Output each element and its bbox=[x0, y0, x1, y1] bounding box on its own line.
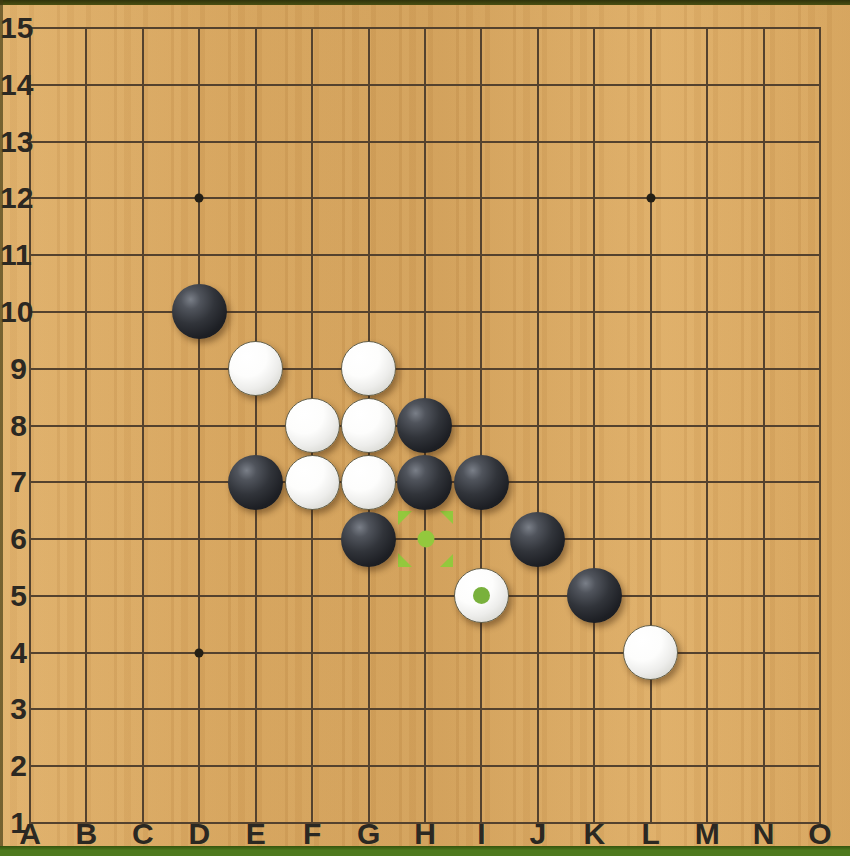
board-bottom-edge bbox=[0, 846, 850, 856]
point-D4[interactable] bbox=[171, 624, 227, 681]
point-D3[interactable] bbox=[171, 681, 227, 738]
point-B12[interactable] bbox=[58, 170, 114, 227]
point-B14[interactable] bbox=[58, 56, 114, 113]
point-C10[interactable] bbox=[115, 284, 171, 341]
point-J2[interactable] bbox=[510, 738, 566, 795]
point-K12[interactable] bbox=[566, 170, 622, 227]
point-J11[interactable] bbox=[510, 227, 566, 284]
point-J8[interactable] bbox=[510, 397, 566, 454]
point-F11[interactable] bbox=[284, 227, 340, 284]
point-I4[interactable] bbox=[453, 624, 509, 681]
point-B8[interactable] bbox=[58, 397, 114, 454]
point-M15[interactable] bbox=[679, 0, 735, 56]
point-E6[interactable] bbox=[227, 511, 283, 568]
point-O13[interactable] bbox=[792, 113, 848, 170]
point-K5[interactable] bbox=[566, 567, 622, 624]
point-O10[interactable] bbox=[792, 284, 848, 341]
point-D12[interactable] bbox=[171, 170, 227, 227]
point-L11[interactable] bbox=[622, 227, 678, 284]
point-K6[interactable] bbox=[566, 511, 622, 568]
black-stone-I7 bbox=[454, 455, 509, 510]
point-C11[interactable] bbox=[115, 227, 171, 284]
point-H12[interactable] bbox=[397, 170, 453, 227]
highlight-marker-icon bbox=[397, 510, 453, 568]
point-B10[interactable] bbox=[58, 284, 114, 341]
point-B11[interactable] bbox=[58, 227, 114, 284]
point-L8[interactable] bbox=[622, 397, 678, 454]
point-E10[interactable] bbox=[227, 284, 283, 341]
point-I9[interactable] bbox=[453, 340, 509, 397]
board-left-edge bbox=[0, 0, 3, 856]
point-B5[interactable] bbox=[58, 567, 114, 624]
point-J4[interactable] bbox=[510, 624, 566, 681]
point-L6[interactable] bbox=[622, 511, 678, 568]
point-G7[interactable] bbox=[340, 454, 396, 511]
point-E13[interactable] bbox=[227, 113, 283, 170]
point-G13[interactable] bbox=[340, 113, 396, 170]
point-E11[interactable] bbox=[227, 227, 283, 284]
point-C4[interactable] bbox=[115, 624, 171, 681]
point-G9[interactable] bbox=[340, 340, 396, 397]
point-C8[interactable] bbox=[115, 397, 171, 454]
white-stone-L4 bbox=[623, 625, 678, 680]
point-A9[interactable] bbox=[2, 340, 58, 397]
point-E15[interactable] bbox=[227, 0, 283, 56]
point-H7[interactable] bbox=[397, 454, 453, 511]
point-B15[interactable] bbox=[58, 0, 114, 56]
point-G4[interactable] bbox=[340, 624, 396, 681]
point-M10[interactable] bbox=[679, 284, 735, 341]
point-A12[interactable] bbox=[2, 170, 58, 227]
point-O12[interactable] bbox=[792, 170, 848, 227]
point-K1[interactable] bbox=[566, 795, 622, 852]
point-N11[interactable] bbox=[735, 227, 791, 284]
point-I3[interactable] bbox=[453, 681, 509, 738]
point-H6[interactable] bbox=[397, 511, 453, 568]
point-D2[interactable] bbox=[171, 738, 227, 795]
point-D8[interactable] bbox=[171, 397, 227, 454]
point-N3[interactable] bbox=[735, 681, 791, 738]
point-K7[interactable] bbox=[566, 454, 622, 511]
point-O2[interactable] bbox=[792, 738, 848, 795]
point-B3[interactable] bbox=[58, 681, 114, 738]
point-O15[interactable] bbox=[792, 0, 848, 56]
point-N14[interactable] bbox=[735, 56, 791, 113]
point-K14[interactable] bbox=[566, 56, 622, 113]
point-O9[interactable] bbox=[792, 340, 848, 397]
point-A5[interactable] bbox=[2, 567, 58, 624]
point-A15[interactable] bbox=[2, 0, 58, 56]
point-I5[interactable] bbox=[453, 567, 509, 624]
point-E3[interactable] bbox=[227, 681, 283, 738]
point-C3[interactable] bbox=[115, 681, 171, 738]
point-H4[interactable] bbox=[397, 624, 453, 681]
point-F8[interactable] bbox=[284, 397, 340, 454]
point-A1[interactable] bbox=[2, 795, 58, 852]
point-O14[interactable] bbox=[792, 56, 848, 113]
point-B4[interactable] bbox=[58, 624, 114, 681]
board-top-edge bbox=[0, 0, 850, 5]
point-H5[interactable] bbox=[397, 567, 453, 624]
point-M4[interactable] bbox=[679, 624, 735, 681]
point-J7[interactable] bbox=[510, 454, 566, 511]
point-A4[interactable] bbox=[2, 624, 58, 681]
point-G2[interactable] bbox=[340, 738, 396, 795]
black-stone-H7 bbox=[397, 455, 452, 510]
point-N2[interactable] bbox=[735, 738, 791, 795]
point-K13[interactable] bbox=[566, 113, 622, 170]
point-D13[interactable] bbox=[171, 113, 227, 170]
point-J15[interactable] bbox=[510, 0, 566, 56]
point-O1[interactable] bbox=[792, 795, 848, 852]
point-G8[interactable] bbox=[340, 397, 396, 454]
point-E7[interactable] bbox=[227, 454, 283, 511]
point-N9[interactable] bbox=[735, 340, 791, 397]
black-stone-K5 bbox=[567, 568, 622, 623]
point-M3[interactable] bbox=[679, 681, 735, 738]
point-K15[interactable] bbox=[566, 0, 622, 56]
point-M5[interactable] bbox=[679, 567, 735, 624]
point-E9[interactable] bbox=[227, 340, 283, 397]
white-stone-G9 bbox=[341, 341, 396, 396]
point-F15[interactable] bbox=[284, 0, 340, 56]
point-I2[interactable] bbox=[453, 738, 509, 795]
point-L1[interactable] bbox=[622, 795, 678, 852]
point-C6[interactable] bbox=[115, 511, 171, 568]
point-N4[interactable] bbox=[735, 624, 791, 681]
point-J14[interactable] bbox=[510, 56, 566, 113]
point-J1[interactable] bbox=[510, 795, 566, 852]
point-A14[interactable] bbox=[2, 56, 58, 113]
point-E8[interactable] bbox=[227, 397, 283, 454]
white-stone-F8 bbox=[285, 398, 340, 453]
point-F6[interactable] bbox=[284, 511, 340, 568]
point-N15[interactable] bbox=[735, 0, 791, 56]
gomoku-board bbox=[2, 0, 848, 851]
point-D10[interactable] bbox=[171, 284, 227, 341]
point-K8[interactable] bbox=[566, 397, 622, 454]
black-stone-G6 bbox=[341, 512, 396, 567]
white-stone-F7 bbox=[285, 455, 340, 510]
point-B2[interactable] bbox=[58, 738, 114, 795]
point-H2[interactable] bbox=[397, 738, 453, 795]
point-I12[interactable] bbox=[453, 170, 509, 227]
point-G3[interactable] bbox=[340, 681, 396, 738]
point-L14[interactable] bbox=[622, 56, 678, 113]
point-D15[interactable] bbox=[171, 0, 227, 56]
point-N7[interactable] bbox=[735, 454, 791, 511]
point-N5[interactable] bbox=[735, 567, 791, 624]
point-C9[interactable] bbox=[115, 340, 171, 397]
point-L12[interactable] bbox=[622, 170, 678, 227]
point-E12[interactable] bbox=[227, 170, 283, 227]
point-G15[interactable] bbox=[340, 0, 396, 56]
point-I1[interactable] bbox=[453, 795, 509, 852]
last-move-dot-icon bbox=[473, 587, 490, 604]
point-L3[interactable] bbox=[622, 681, 678, 738]
point-G5[interactable] bbox=[340, 567, 396, 624]
point-C2[interactable] bbox=[115, 738, 171, 795]
point-N12[interactable] bbox=[735, 170, 791, 227]
point-J6[interactable] bbox=[510, 511, 566, 568]
point-D11[interactable] bbox=[171, 227, 227, 284]
black-stone-H8 bbox=[397, 398, 452, 453]
point-H9[interactable] bbox=[397, 340, 453, 397]
point-L5[interactable] bbox=[622, 567, 678, 624]
point-K11[interactable] bbox=[566, 227, 622, 284]
point-C15[interactable] bbox=[115, 0, 171, 56]
point-O6[interactable] bbox=[792, 511, 848, 568]
point-G6[interactable] bbox=[340, 511, 396, 568]
point-L4[interactable] bbox=[622, 624, 678, 681]
point-J12[interactable] bbox=[510, 170, 566, 227]
point-N13[interactable] bbox=[735, 113, 791, 170]
black-stone-J6 bbox=[510, 512, 565, 567]
point-G10[interactable] bbox=[340, 284, 396, 341]
point-M14[interactable] bbox=[679, 56, 735, 113]
point-O4[interactable] bbox=[792, 624, 848, 681]
point-D7[interactable] bbox=[171, 454, 227, 511]
point-N8[interactable] bbox=[735, 397, 791, 454]
point-H14[interactable] bbox=[397, 56, 453, 113]
point-C14[interactable] bbox=[115, 56, 171, 113]
point-L9[interactable] bbox=[622, 340, 678, 397]
point-I15[interactable] bbox=[453, 0, 509, 56]
point-M1[interactable] bbox=[679, 795, 735, 852]
point-H8[interactable] bbox=[397, 397, 453, 454]
point-B9[interactable] bbox=[58, 340, 114, 397]
point-G12[interactable] bbox=[340, 170, 396, 227]
point-M11[interactable] bbox=[679, 227, 735, 284]
point-F13[interactable] bbox=[284, 113, 340, 170]
point-O7[interactable] bbox=[792, 454, 848, 511]
point-I11[interactable] bbox=[453, 227, 509, 284]
point-F14[interactable] bbox=[284, 56, 340, 113]
black-stone-D10 bbox=[172, 284, 227, 339]
point-F9[interactable] bbox=[284, 340, 340, 397]
black-stone-E7 bbox=[228, 455, 283, 510]
point-E14[interactable] bbox=[227, 56, 283, 113]
point-N6[interactable] bbox=[735, 511, 791, 568]
white-stone-I5 bbox=[454, 568, 509, 623]
point-M13[interactable] bbox=[679, 113, 735, 170]
point-G1[interactable] bbox=[340, 795, 396, 852]
point-B6[interactable] bbox=[58, 511, 114, 568]
point-N10[interactable] bbox=[735, 284, 791, 341]
point-J13[interactable] bbox=[510, 113, 566, 170]
point-K3[interactable] bbox=[566, 681, 622, 738]
point-C13[interactable] bbox=[115, 113, 171, 170]
point-E5[interactable] bbox=[227, 567, 283, 624]
point-O8[interactable] bbox=[792, 397, 848, 454]
point-C5[interactable] bbox=[115, 567, 171, 624]
point-K10[interactable] bbox=[566, 284, 622, 341]
point-B1[interactable] bbox=[58, 795, 114, 852]
point-B13[interactable] bbox=[58, 113, 114, 170]
point-F10[interactable] bbox=[284, 284, 340, 341]
point-E2[interactable] bbox=[227, 738, 283, 795]
point-A8[interactable] bbox=[2, 397, 58, 454]
point-D6[interactable] bbox=[171, 511, 227, 568]
point-A11[interactable] bbox=[2, 227, 58, 284]
point-L10[interactable] bbox=[622, 284, 678, 341]
point-B7[interactable] bbox=[58, 454, 114, 511]
point-F1[interactable] bbox=[284, 795, 340, 852]
white-stone-G8 bbox=[341, 398, 396, 453]
point-J5[interactable] bbox=[510, 567, 566, 624]
point-H11[interactable] bbox=[397, 227, 453, 284]
point-F5[interactable] bbox=[284, 567, 340, 624]
point-A10[interactable] bbox=[2, 284, 58, 341]
point-K4[interactable] bbox=[566, 624, 622, 681]
point-G11[interactable] bbox=[340, 227, 396, 284]
point-O3[interactable] bbox=[792, 681, 848, 738]
point-I8[interactable] bbox=[453, 397, 509, 454]
point-H15[interactable] bbox=[397, 0, 453, 56]
point-L2[interactable] bbox=[622, 738, 678, 795]
point-D5[interactable] bbox=[171, 567, 227, 624]
point-M2[interactable] bbox=[679, 738, 735, 795]
point-D1[interactable] bbox=[171, 795, 227, 852]
point-H1[interactable] bbox=[397, 795, 453, 852]
point-F12[interactable] bbox=[284, 170, 340, 227]
point-L13[interactable] bbox=[622, 113, 678, 170]
point-E4[interactable] bbox=[227, 624, 283, 681]
point-H3[interactable] bbox=[397, 681, 453, 738]
point-I14[interactable] bbox=[453, 56, 509, 113]
point-F2[interactable] bbox=[284, 738, 340, 795]
gomoku-board-screen: 151413121110987654321 ABCDEFGHIJKLMNO bbox=[0, 0, 850, 856]
point-M12[interactable] bbox=[679, 170, 735, 227]
point-I6[interactable] bbox=[453, 511, 509, 568]
white-stone-E9 bbox=[228, 341, 283, 396]
point-I10[interactable] bbox=[453, 284, 509, 341]
point-L15[interactable] bbox=[622, 0, 678, 56]
point-K2[interactable] bbox=[566, 738, 622, 795]
point-A7[interactable] bbox=[2, 454, 58, 511]
point-A3[interactable] bbox=[2, 681, 58, 738]
point-D9[interactable] bbox=[171, 340, 227, 397]
point-O11[interactable] bbox=[792, 227, 848, 284]
point-H13[interactable] bbox=[397, 113, 453, 170]
point-M9[interactable] bbox=[679, 340, 735, 397]
point-K9[interactable] bbox=[566, 340, 622, 397]
point-A6[interactable] bbox=[2, 511, 58, 568]
point-M8[interactable] bbox=[679, 397, 735, 454]
point-J10[interactable] bbox=[510, 284, 566, 341]
point-I7[interactable] bbox=[453, 454, 509, 511]
point-M6[interactable] bbox=[679, 511, 735, 568]
point-M7[interactable] bbox=[679, 454, 735, 511]
point-C12[interactable] bbox=[115, 170, 171, 227]
point-C7[interactable] bbox=[115, 454, 171, 511]
point-D14[interactable] bbox=[171, 56, 227, 113]
point-E1[interactable] bbox=[227, 795, 283, 852]
point-A13[interactable] bbox=[2, 113, 58, 170]
point-I13[interactable] bbox=[453, 113, 509, 170]
point-G14[interactable] bbox=[340, 56, 396, 113]
point-N1[interactable] bbox=[735, 795, 791, 852]
point-L7[interactable] bbox=[622, 454, 678, 511]
point-J3[interactable] bbox=[510, 681, 566, 738]
point-F4[interactable] bbox=[284, 624, 340, 681]
point-C1[interactable] bbox=[115, 795, 171, 852]
point-O5[interactable] bbox=[792, 567, 848, 624]
point-F7[interactable] bbox=[284, 454, 340, 511]
point-A2[interactable] bbox=[2, 738, 58, 795]
white-stone-G7 bbox=[341, 455, 396, 510]
point-F3[interactable] bbox=[284, 681, 340, 738]
point-H10[interactable] bbox=[397, 284, 453, 341]
point-J9[interactable] bbox=[510, 340, 566, 397]
